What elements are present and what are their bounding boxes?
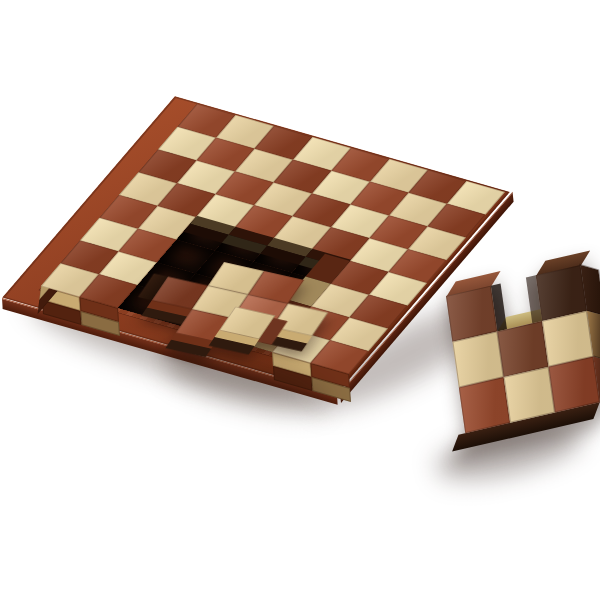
u-piece[interactable] [420, 262, 600, 502]
u-piece-front-face [446, 265, 600, 433]
puzzle-scene [0, 0, 600, 600]
